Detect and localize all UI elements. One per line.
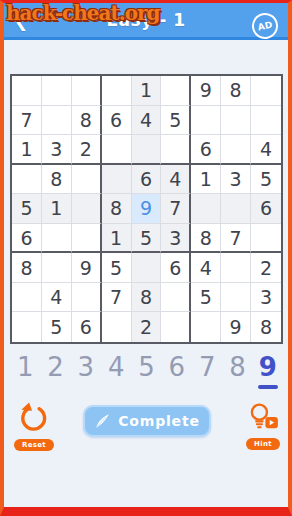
sudoku-cell-r8c5[interactable]: 8 [132, 283, 162, 313]
sudoku-cell-r6c8[interactable]: 7 [221, 224, 251, 254]
sudoku-cell-r5c6[interactable]: 7 [161, 194, 191, 224]
sudoku-cell-r3c4[interactable] [102, 135, 132, 165]
controls-row: Reset Complete Hint [0, 400, 292, 450]
sudoku-cell-r3c5[interactable] [132, 135, 162, 165]
sudoku-cell-r9c1[interactable] [12, 312, 42, 342]
sudoku-cell-r3c8[interactable] [221, 135, 251, 165]
ad-icon: AD [257, 20, 273, 33]
numpad-digit: 1 [17, 352, 34, 382]
complete-button[interactable]: Complete [83, 405, 211, 437]
sudoku-cell-r5c4[interactable]: 8 [102, 194, 132, 224]
sudoku-cell-r1c4[interactable] [102, 76, 132, 106]
sudoku-cell-r2c9[interactable] [251, 106, 281, 136]
sudoku-cell-r3c6[interactable] [161, 135, 191, 165]
sudoku-cell-r9c3[interactable]: 6 [72, 312, 102, 342]
sudoku-cell-r3c1[interactable]: 1 [12, 135, 42, 165]
sudoku-cell-r4c9[interactable]: 5 [251, 165, 281, 195]
sudoku-cell-r5c9[interactable]: 6 [251, 194, 281, 224]
sudoku-cell-r1c1[interactable] [12, 76, 42, 106]
sudoku-cell-r8c8[interactable] [221, 283, 251, 313]
sudoku-cell-r3c9[interactable]: 4 [251, 135, 281, 165]
sudoku-cell-r1c7[interactable]: 9 [191, 76, 221, 106]
sudoku-cell-r1c5[interactable]: 1 [132, 76, 162, 106]
numpad-digit: 7 [199, 352, 216, 382]
sudoku-cell-r6c9[interactable] [251, 224, 281, 254]
sudoku-cell-r5c8[interactable] [221, 194, 251, 224]
hint-bulb-icon [246, 402, 280, 437]
sudoku-cell-r9c2[interactable]: 5 [42, 312, 72, 342]
sudoku-cell-r6c1[interactable]: 6 [12, 224, 42, 254]
sudoku-cell-r8c6[interactable] [161, 283, 191, 313]
sudoku-cell-r2c2[interactable] [42, 106, 72, 136]
numpad-key-9[interactable]: 9 [253, 350, 283, 396]
sudoku-cell-r2c7[interactable] [191, 106, 221, 136]
sudoku-cell-r2c4[interactable]: 6 [102, 106, 132, 136]
hint-label: Hint [246, 438, 280, 450]
sudoku-cell-r1c6[interactable] [161, 76, 191, 106]
numpad-key-8[interactable]: 8 [222, 350, 252, 396]
sudoku-cell-r1c8[interactable]: 8 [221, 76, 251, 106]
numpad-digit: 4 [108, 352, 125, 382]
sudoku-cell-r9c4[interactable] [102, 312, 132, 342]
sudoku-cell-r5c2[interactable]: 1 [42, 194, 72, 224]
sudoku-cell-r8c4[interactable]: 7 [102, 283, 132, 313]
numpad-key-4[interactable]: 4 [101, 350, 131, 396]
sudoku-cell-r6c2[interactable] [42, 224, 72, 254]
watermark-text: hack-cheat.org [6, 1, 160, 25]
numpad-key-2[interactable]: 2 [40, 350, 70, 396]
sudoku-cell-r6c6[interactable]: 3 [161, 224, 191, 254]
numpad-digit: 2 [47, 352, 64, 382]
sudoku-cell-r9c5[interactable]: 2 [132, 312, 162, 342]
sudoku-cell-r8c7[interactable]: 5 [191, 283, 221, 313]
number-pad: 123456789 [10, 350, 283, 396]
active-key-underline [258, 385, 278, 389]
reset-icon [18, 402, 50, 438]
sudoku-cell-r7c2[interactable] [42, 253, 72, 283]
sudoku-cell-r7c7[interactable]: 4 [191, 253, 221, 283]
reset-label: Reset [14, 439, 54, 451]
sudoku-grid: 1987864513264864135518976615387895642478… [10, 74, 283, 344]
numpad-key-6[interactable]: 6 [162, 350, 192, 396]
numpad-digit: 6 [169, 352, 186, 382]
complete-label: Complete [118, 413, 199, 429]
sudoku-cell-r8c1[interactable] [12, 283, 42, 313]
sudoku-cell-r3c2[interactable]: 3 [42, 135, 72, 165]
sudoku-cell-r9c6[interactable] [161, 312, 191, 342]
sudoku-cell-r4c5[interactable]: 6 [132, 165, 162, 195]
sudoku-cell-r5c1[interactable]: 5 [12, 194, 42, 224]
feather-icon [94, 413, 111, 430]
sudoku-cell-r6c4[interactable]: 1 [102, 224, 132, 254]
numpad-key-5[interactable]: 5 [131, 350, 161, 396]
sudoku-cell-r2c5[interactable]: 4 [132, 106, 162, 136]
reset-button[interactable]: Reset [14, 402, 54, 451]
numpad-digit: 3 [78, 352, 95, 382]
numpad-digit: 9 [259, 352, 277, 382]
sudoku-cell-r3c3[interactable]: 2 [72, 135, 102, 165]
sudoku-cell-r5c5[interactable]: 9 [132, 194, 162, 224]
numpad-key-3[interactable]: 3 [71, 350, 101, 396]
sudoku-cell-r7c8[interactable] [221, 253, 251, 283]
sudoku-cell-r3c7[interactable]: 6 [191, 135, 221, 165]
sudoku-cell-r9c8[interactable]: 9 [221, 312, 251, 342]
sudoku-cell-r8c3[interactable] [72, 283, 102, 313]
hint-button[interactable]: Hint [246, 402, 280, 450]
sudoku-cell-r6c5[interactable]: 5 [132, 224, 162, 254]
sudoku-cell-r8c9[interactable]: 3 [251, 283, 281, 313]
numpad-digit: 8 [229, 352, 246, 382]
sudoku-cell-r5c7[interactable] [191, 194, 221, 224]
sudoku-cell-r4c1[interactable] [12, 165, 42, 195]
sudoku-cell-r2c1[interactable]: 7 [12, 106, 42, 136]
sudoku-cell-r1c9[interactable] [251, 76, 281, 106]
sudoku-cell-r8c2[interactable]: 4 [42, 283, 72, 313]
sudoku-cell-r6c3[interactable] [72, 224, 102, 254]
sudoku-cell-r7c5[interactable] [132, 253, 162, 283]
sudoku-cell-r1c3[interactable] [72, 76, 102, 106]
numpad-key-7[interactable]: 7 [192, 350, 222, 396]
sudoku-cell-r5c3[interactable] [72, 194, 102, 224]
sudoku-cell-r7c4[interactable]: 5 [102, 253, 132, 283]
sudoku-cell-r9c9[interactable]: 8 [251, 312, 281, 342]
sudoku-cell-r4c6[interactable]: 4 [161, 165, 191, 195]
ad-button[interactable]: AD [250, 11, 281, 42]
sudoku-cell-r9c7[interactable] [191, 312, 221, 342]
sudoku-cell-r4c8[interactable]: 3 [221, 165, 251, 195]
sudoku-cell-r7c6[interactable]: 6 [161, 253, 191, 283]
numpad-key-1[interactable]: 1 [10, 350, 40, 396]
sudoku-cell-r2c3[interactable]: 8 [72, 106, 102, 136]
sudoku-cell-r7c1[interactable]: 8 [12, 253, 42, 283]
sudoku-cell-r4c7[interactable]: 1 [191, 165, 221, 195]
sudoku-cell-r1c2[interactable] [42, 76, 72, 106]
sudoku-cell-r7c3[interactable]: 9 [72, 253, 102, 283]
numpad-digit: 5 [138, 352, 155, 382]
sudoku-cell-r7c9[interactable]: 2 [251, 253, 281, 283]
sudoku-cell-r4c3[interactable] [72, 165, 102, 195]
sudoku-cell-r2c6[interactable]: 5 [161, 106, 191, 136]
sudoku-cell-r6c7[interactable]: 8 [191, 224, 221, 254]
sudoku-cell-r2c8[interactable] [221, 106, 251, 136]
sudoku-cell-r4c4[interactable] [102, 165, 132, 195]
sudoku-cell-r4c2[interactable]: 8 [42, 165, 72, 195]
